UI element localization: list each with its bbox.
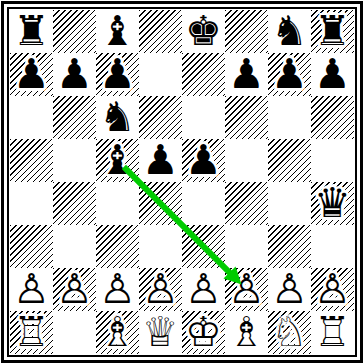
white-pawn: ♙ xyxy=(314,268,351,311)
square-a8[interactable]: ♜ xyxy=(10,10,53,53)
square-a3[interactable] xyxy=(10,225,53,268)
square-f5[interactable] xyxy=(225,139,268,182)
black-king: ♚ xyxy=(185,10,222,53)
square-h4[interactable]: ♛ xyxy=(311,182,354,225)
black-bishop: ♝ xyxy=(99,139,136,182)
black-rook: ♜ xyxy=(13,10,50,53)
white-knight: ♘ xyxy=(271,311,308,354)
square-g2[interactable]: ♙ xyxy=(268,268,311,311)
square-f3[interactable] xyxy=(225,225,268,268)
square-e6[interactable] xyxy=(182,96,225,139)
white-king: ♔ xyxy=(185,311,222,354)
black-rook: ♜ xyxy=(314,10,351,53)
square-c6[interactable]: ♞ xyxy=(96,96,139,139)
square-e2[interactable]: ♙ xyxy=(182,268,225,311)
square-d8[interactable] xyxy=(139,10,182,53)
square-b7[interactable]: ♟ xyxy=(53,53,96,96)
white-rook: ♖ xyxy=(314,311,351,354)
square-c3[interactable] xyxy=(96,225,139,268)
chess-diagram: ♜♝♚♞♜♟♟♟♟♟♟♞♝♟♟♛♙♙♙♙♙♙♙♙♖♗♕♔♗♘♖ xyxy=(0,0,364,364)
square-g5[interactable] xyxy=(268,139,311,182)
square-h1[interactable]: ♖ xyxy=(311,311,354,354)
square-g3[interactable] xyxy=(268,225,311,268)
square-g1[interactable]: ♘ xyxy=(268,311,311,354)
square-c2[interactable]: ♙ xyxy=(96,268,139,311)
square-d1[interactable]: ♕ xyxy=(139,311,182,354)
square-b5[interactable] xyxy=(53,139,96,182)
black-bishop: ♝ xyxy=(99,10,136,53)
square-g7[interactable]: ♟ xyxy=(268,53,311,96)
black-pawn: ♟ xyxy=(271,53,308,96)
square-h8[interactable]: ♜ xyxy=(311,10,354,53)
white-pawn: ♙ xyxy=(228,268,265,311)
black-queen: ♛ xyxy=(314,182,351,225)
white-bishop: ♗ xyxy=(228,311,265,354)
square-d6[interactable] xyxy=(139,96,182,139)
white-pawn: ♙ xyxy=(271,268,308,311)
white-bishop: ♗ xyxy=(99,311,136,354)
square-e7[interactable] xyxy=(182,53,225,96)
square-b1[interactable] xyxy=(53,311,96,354)
white-pawn: ♙ xyxy=(99,268,136,311)
white-pawn: ♙ xyxy=(13,268,50,311)
black-pawn: ♟ xyxy=(185,139,222,182)
black-knight: ♞ xyxy=(99,96,136,139)
white-pawn: ♙ xyxy=(142,268,179,311)
chess-board: ♜♝♚♞♜♟♟♟♟♟♟♞♝♟♟♛♙♙♙♙♙♙♙♙♖♗♕♔♗♘♖ xyxy=(10,10,354,354)
square-h2[interactable]: ♙ xyxy=(311,268,354,311)
square-c1[interactable]: ♗ xyxy=(96,311,139,354)
square-h3[interactable] xyxy=(311,225,354,268)
square-h5[interactable] xyxy=(311,139,354,182)
square-f2[interactable]: ♙ xyxy=(225,268,268,311)
square-a5[interactable] xyxy=(10,139,53,182)
square-h6[interactable] xyxy=(311,96,354,139)
black-pawn: ♟ xyxy=(314,53,351,96)
square-d5[interactable]: ♟ xyxy=(139,139,182,182)
white-rook: ♖ xyxy=(13,311,50,354)
square-d3[interactable] xyxy=(139,225,182,268)
square-b2[interactable]: ♙ xyxy=(53,268,96,311)
square-e4[interactable] xyxy=(182,182,225,225)
square-b8[interactable] xyxy=(53,10,96,53)
black-pawn: ♟ xyxy=(228,53,265,96)
black-pawn: ♟ xyxy=(56,53,93,96)
square-f6[interactable] xyxy=(225,96,268,139)
square-a6[interactable] xyxy=(10,96,53,139)
square-h7[interactable]: ♟ xyxy=(311,53,354,96)
square-d2[interactable]: ♙ xyxy=(139,268,182,311)
square-a4[interactable] xyxy=(10,182,53,225)
square-b6[interactable] xyxy=(53,96,96,139)
black-knight: ♞ xyxy=(271,10,308,53)
square-e5[interactable]: ♟ xyxy=(182,139,225,182)
square-g8[interactable]: ♞ xyxy=(268,10,311,53)
white-pawn: ♙ xyxy=(185,268,222,311)
square-f8[interactable] xyxy=(225,10,268,53)
square-c7[interactable]: ♟ xyxy=(96,53,139,96)
square-g6[interactable] xyxy=(268,96,311,139)
square-g4[interactable] xyxy=(268,182,311,225)
white-queen: ♕ xyxy=(142,311,179,354)
square-e8[interactable]: ♚ xyxy=(182,10,225,53)
square-e1[interactable]: ♔ xyxy=(182,311,225,354)
black-pawn: ♟ xyxy=(99,53,136,96)
square-f1[interactable]: ♗ xyxy=(225,311,268,354)
square-f4[interactable] xyxy=(225,182,268,225)
square-d4[interactable] xyxy=(139,182,182,225)
square-c5[interactable]: ♝ xyxy=(96,139,139,182)
black-pawn: ♟ xyxy=(13,53,50,96)
square-b4[interactable] xyxy=(53,182,96,225)
white-pawn: ♙ xyxy=(56,268,93,311)
square-f7[interactable]: ♟ xyxy=(225,53,268,96)
square-c4[interactable] xyxy=(96,182,139,225)
square-e3[interactable] xyxy=(182,225,225,268)
square-b3[interactable] xyxy=(53,225,96,268)
square-a2[interactable]: ♙ xyxy=(10,268,53,311)
square-a7[interactable]: ♟ xyxy=(10,53,53,96)
square-a1[interactable]: ♖ xyxy=(10,311,53,354)
square-c8[interactable]: ♝ xyxy=(96,10,139,53)
square-d7[interactable] xyxy=(139,53,182,96)
black-pawn: ♟ xyxy=(142,139,179,182)
